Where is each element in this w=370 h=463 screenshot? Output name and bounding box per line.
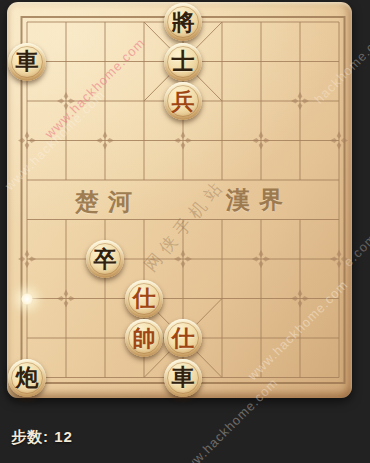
piece-red-soldier[interactable]: 兵: [164, 82, 202, 120]
piece-black-soldier[interactable]: 卒: [86, 240, 124, 278]
piece-red-general[interactable]: 帥: [125, 319, 163, 357]
xiangqi-game-screen: 楚河 漢界 將車士兵卒仕帥仕炮車 步数: 12 www.hackhome.com…: [0, 0, 370, 463]
piece-glyph: 仕: [133, 286, 156, 309]
piece-glyph: 車: [16, 49, 39, 72]
piece-glyph: 士: [172, 49, 195, 72]
piece-black-advisor[interactable]: 士: [164, 43, 202, 81]
river-label-chu-he: 楚河: [75, 186, 141, 218]
piece-black-chariot-bottom[interactable]: 車: [164, 359, 202, 397]
piece-glyph: 帥: [133, 326, 156, 349]
piece-glyph: 仕: [172, 326, 195, 349]
piece-red-advisor-back[interactable]: 仕: [164, 319, 202, 357]
piece-glyph: 車: [172, 365, 195, 388]
piece-black-chariot-left[interactable]: 車: [8, 43, 46, 81]
piece-glyph: 炮: [16, 365, 39, 388]
highlight-dot: [21, 293, 33, 305]
move-counter: 步数: 12: [11, 428, 73, 447]
piece-glyph: 卒: [94, 247, 117, 270]
piece-red-advisor-front[interactable]: 仕: [125, 280, 163, 318]
piece-black-cannon[interactable]: 炮: [8, 359, 46, 397]
piece-glyph: 將: [172, 10, 195, 33]
piece-black-general[interactable]: 將: [164, 3, 202, 41]
piece-glyph: 兵: [172, 89, 195, 112]
river-label-han-jie: 漢界: [226, 184, 292, 216]
